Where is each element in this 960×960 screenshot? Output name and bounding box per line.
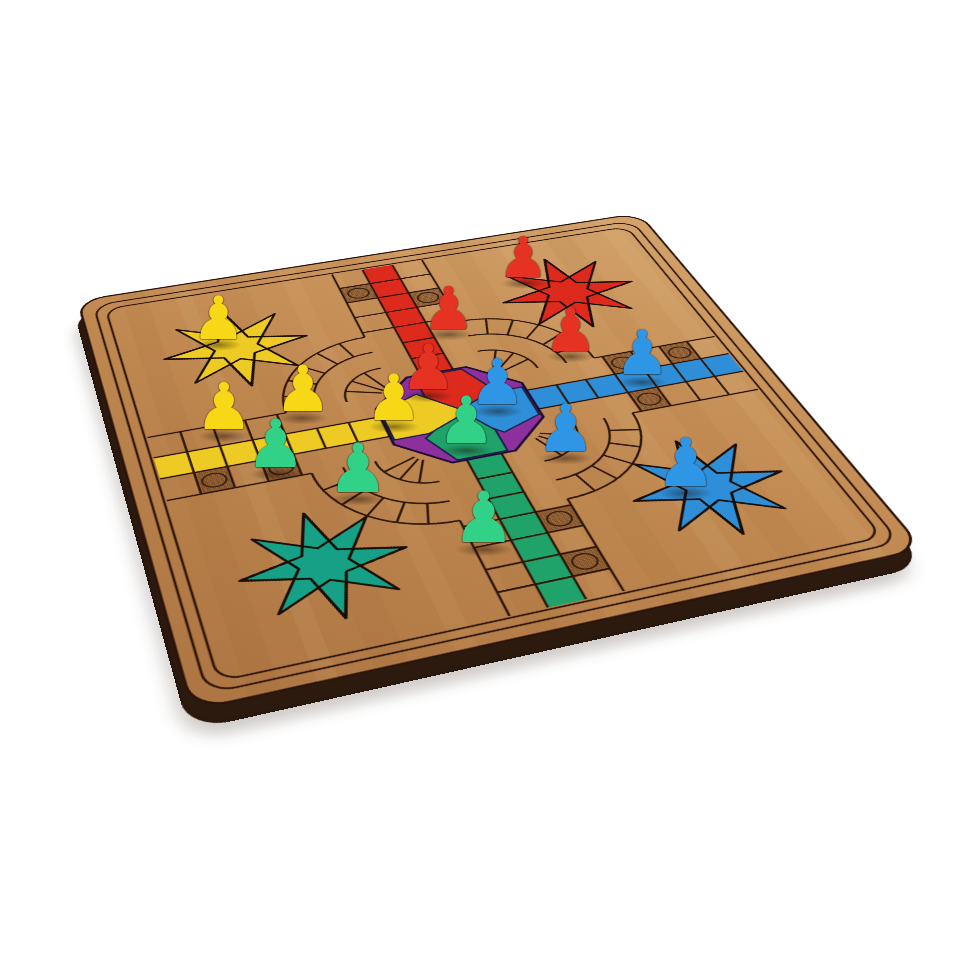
pawn-glyph: ♟ [195, 375, 253, 440]
pawn-glyph: ♟ [544, 299, 598, 360]
pawn-blue-10[interactable]: ♟ [614, 324, 669, 386]
scene: ♟♟♟♟♟♟♟♟♟♟♟♟♟♟♟♟ [0, 0, 960, 960]
pawn-green-16[interactable]: ♟ [452, 483, 515, 554]
pawn-glyph: ♟ [536, 396, 595, 462]
pawn-yellow-8[interactable]: ♟ [365, 366, 423, 430]
pawn-glyph: ♟ [614, 324, 669, 386]
pawn-glyph: ♟ [452, 483, 515, 554]
pawn-glyph: ♟ [328, 435, 389, 503]
pawn-yellow-2[interactable]: ♟ [191, 288, 245, 348]
pawn-green-12[interactable]: ♟ [437, 388, 496, 453]
pawn-glyph: ♟ [246, 411, 306, 478]
pawn-glyph: ♟ [498, 229, 549, 286]
pawn-glyph: ♟ [422, 278, 475, 337]
pawn-red-4[interactable]: ♟ [544, 299, 598, 360]
pawn-red-3[interactable]: ♟ [422, 278, 475, 337]
pawn-glyph: ♟ [191, 288, 245, 348]
pawn-red-1[interactable]: ♟ [498, 229, 549, 286]
pawn-green-11[interactable]: ♟ [246, 411, 306, 478]
pawn-glyph: ♟ [365, 366, 423, 430]
pawn-green-14[interactable]: ♟ [328, 435, 389, 503]
pawn-yellow-7[interactable]: ♟ [195, 375, 253, 440]
pawn-blue-15[interactable]: ♟ [656, 429, 717, 497]
pawn-glyph: ♟ [437, 388, 496, 453]
pawn-blue-13[interactable]: ♟ [536, 396, 595, 462]
pawns-layer: ♟♟♟♟♟♟♟♟♟♟♟♟♟♟♟♟ [0, 0, 960, 960]
pawn-glyph: ♟ [656, 429, 717, 497]
